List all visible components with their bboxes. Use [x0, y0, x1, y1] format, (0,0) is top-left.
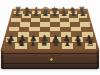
- piece-white-k-e1[interactable]: ♚: [51, 38, 60, 48]
- piece-white-q-d1[interactable]: ♛: [40, 38, 49, 48]
- piece-white-n-b1[interactable]: ♞: [17, 38, 26, 48]
- piece-white-b-c1[interactable]: ♝: [28, 38, 37, 48]
- piece-black-p-g7[interactable]: ♟: [70, 10, 77, 18]
- piece-black-p-e7[interactable]: ♟: [51, 10, 58, 18]
- chess-set-photo: ♜♞♝♛♚♝♞♜♟♟♟♟♟♟♟♟♟♟♟♟♟♟♟♟♜♞♝♛♚♝♞♜: [0, 0, 100, 75]
- piece-white-b-f1[interactable]: ♝: [63, 38, 72, 48]
- piece-black-p-c7[interactable]: ♟: [33, 10, 40, 18]
- piece-white-n-g1[interactable]: ♞: [74, 38, 83, 48]
- piece-black-p-a7[interactable]: ♟: [14, 10, 21, 18]
- piece-black-p-f7[interactable]: ♟: [61, 10, 68, 18]
- piece-white-r-a1[interactable]: ♜: [5, 38, 14, 48]
- piece-white-r-h1[interactable]: ♜: [86, 38, 95, 48]
- piece-black-p-b7[interactable]: ♟: [23, 10, 30, 18]
- piece-black-p-d7[interactable]: ♟: [42, 10, 49, 18]
- piece-black-p-h7[interactable]: ♟: [79, 10, 86, 18]
